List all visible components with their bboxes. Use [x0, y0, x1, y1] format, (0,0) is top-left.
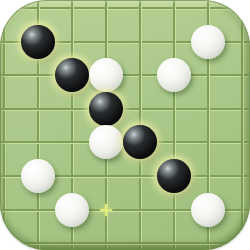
black-stone: [89, 92, 123, 126]
black-stone: [157, 159, 191, 193]
gomoku-board[interactable]: [0, 0, 250, 250]
white-stone: [157, 58, 191, 92]
white-stone: [89, 58, 123, 92]
white-stone: [191, 193, 225, 227]
grid-line-horizontal: [0, 108, 250, 111]
black-stone: [123, 125, 157, 159]
white-stone: [55, 193, 89, 227]
white-stone: [89, 125, 123, 159]
grid-line-vertical: [173, 0, 176, 250]
grid-line-vertical: [3, 0, 6, 250]
grid-line-horizontal: [0, 74, 250, 77]
white-stone: [21, 159, 55, 193]
sparkle-decoration: [100, 204, 112, 216]
black-stone: [55, 58, 89, 92]
black-stone: [21, 25, 55, 59]
grid-line-horizontal: [0, 242, 250, 245]
white-stone: [191, 25, 225, 59]
grid-line-vertical: [241, 0, 244, 250]
screen: [0, 0, 250, 250]
gomoku-app-icon[interactable]: [0, 0, 250, 250]
